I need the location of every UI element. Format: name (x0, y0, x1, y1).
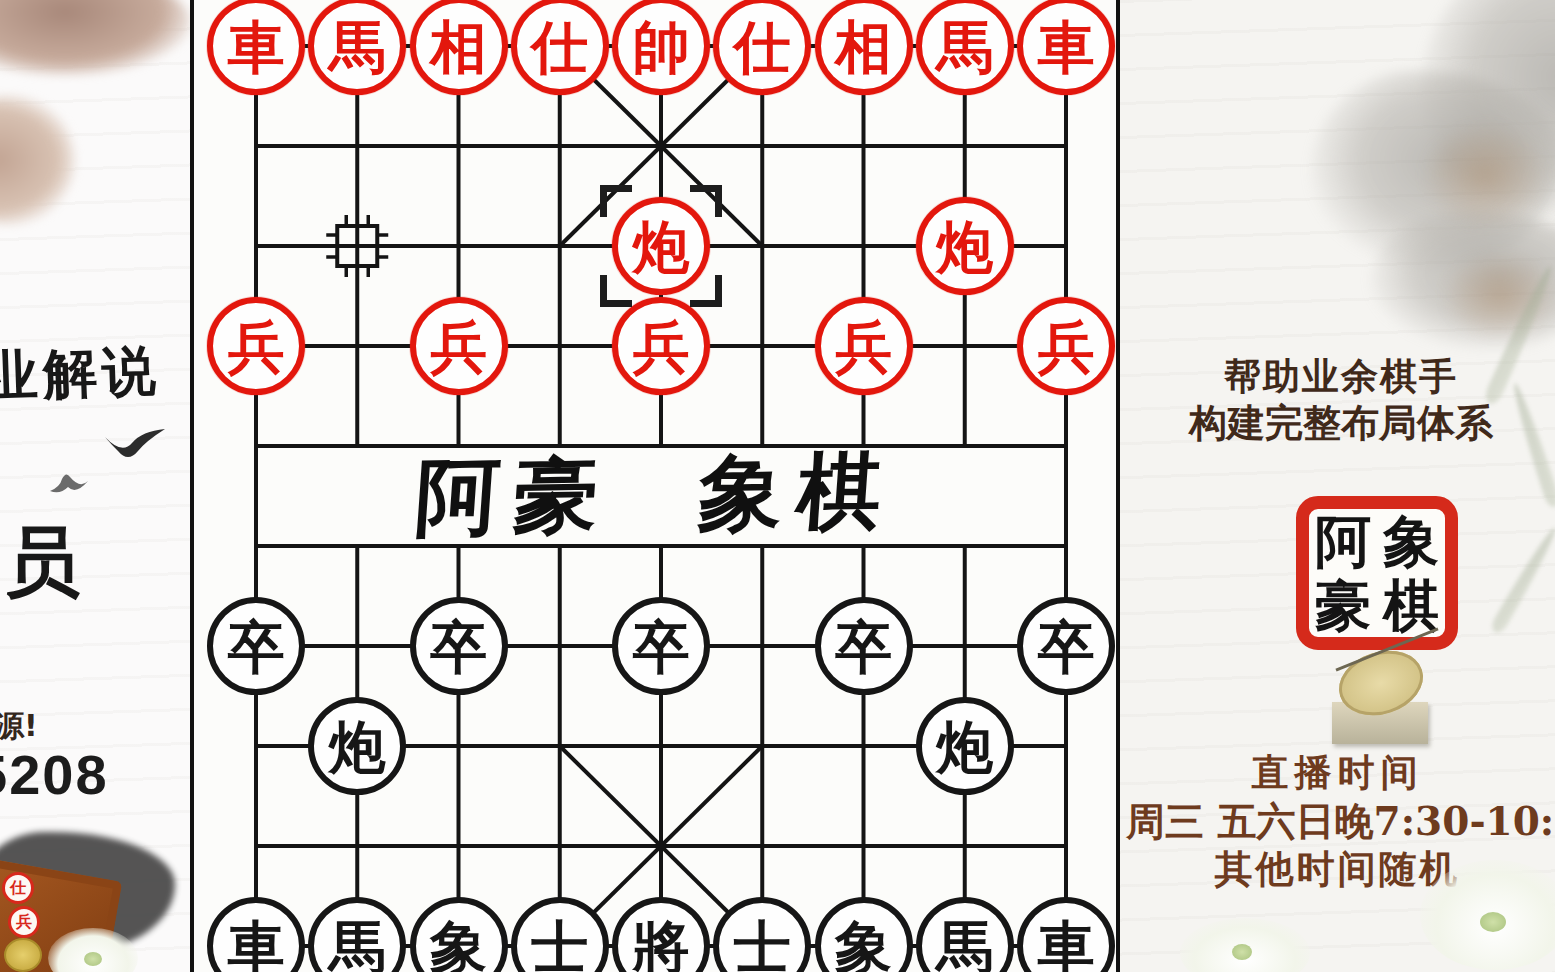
piece-red-advisor[interactable]: 仕 (511, 0, 609, 95)
member-text: 员 (4, 512, 80, 615)
piece-red-cannon[interactable]: 炮 (916, 197, 1014, 295)
lotus-decoration (1232, 944, 1252, 960)
lotus-decoration (84, 952, 102, 966)
ink-dragon-decoration (1420, 120, 1550, 230)
piece-red-soldier[interactable]: 兵 (612, 297, 710, 395)
piece-red-horse[interactable]: 馬 (916, 0, 1014, 95)
piece-black-soldier[interactable]: 卒 (410, 597, 508, 695)
piece-black-cannon[interactable]: 炮 (308, 697, 406, 795)
ink-pot-decoration (0, 0, 190, 75)
seal-char-tr: 象 (1377, 509, 1445, 573)
ink-birds-icon (10, 415, 180, 525)
stream-number: 5208 (0, 742, 109, 807)
seal-char-tl: 阿 (1309, 509, 1377, 573)
seal-char-bl: 豪 (1309, 573, 1377, 637)
channel-seal-logo: 阿 象 豪 棋 (1296, 496, 1458, 650)
piece-red-general[interactable]: 帥 (612, 0, 710, 95)
piece-red-soldier[interactable]: 兵 (207, 297, 305, 395)
stream-frame: 业解说 员 源! 5208 仕 兵 阿豪 象棋 車馬相仕帥仕相馬車炮炮兵兵兵兵兵… (0, 0, 1555, 972)
schedule-line-1: 周三 五六日晚7:30-10:30 (1126, 795, 1555, 849)
source-text: 源! (0, 706, 38, 747)
promo-line-2: 构建完整布局体系 (1148, 398, 1534, 449)
mini-gold-piece-icon (4, 938, 42, 972)
piece-red-chariot[interactable]: 車 (1017, 0, 1115, 95)
piece-red-soldier[interactable]: 兵 (410, 297, 508, 395)
piece-black-soldier[interactable]: 卒 (612, 597, 710, 695)
schedule-title: 直播时间 (1120, 748, 1555, 798)
ink-pot-decoration (0, 95, 75, 225)
bamboo-decoration (1489, 525, 1555, 636)
piece-red-soldier[interactable]: 兵 (1017, 297, 1115, 395)
right-panel: 帮助业余棋手 构建完整布局体系 阿 象 豪 棋 直播时间 周三 五六日晚7:30… (1120, 0, 1555, 972)
piece-black-soldier[interactable]: 卒 (815, 597, 913, 695)
xiangqi-board: 阿豪 象棋 車馬相仕帥仕相馬車炮炮兵兵兵兵兵卒卒卒卒卒炮炮車馬象士將士象馬車 (190, 0, 1120, 972)
promo-line-1: 帮助业余棋手 (1148, 352, 1534, 402)
piece-red-advisor[interactable]: 仕 (713, 0, 811, 95)
piece-black-cannon[interactable]: 炮 (916, 697, 1014, 795)
piece-red-elephant[interactable]: 相 (410, 0, 508, 95)
piece-red-horse[interactable]: 馬 (308, 0, 406, 95)
left-caption-text: 业解说 (0, 335, 162, 414)
piece-black-soldier[interactable]: 卒 (207, 597, 305, 695)
piece-red-soldier[interactable]: 兵 (815, 297, 913, 395)
piece-red-elephant[interactable]: 相 (815, 0, 913, 95)
board-grid (194, 0, 1120, 972)
piece-red-cannon[interactable]: 炮 (612, 197, 710, 295)
mini-red-piece-icon: 仕 (2, 872, 34, 904)
lotus-decoration (1480, 912, 1506, 932)
piece-red-chariot[interactable]: 車 (207, 0, 305, 95)
left-panel: 业解说 员 源! 5208 仕 兵 (0, 0, 190, 972)
mini-red-piece-icon: 兵 (8, 906, 40, 938)
piece-black-soldier[interactable]: 卒 (1017, 597, 1115, 695)
